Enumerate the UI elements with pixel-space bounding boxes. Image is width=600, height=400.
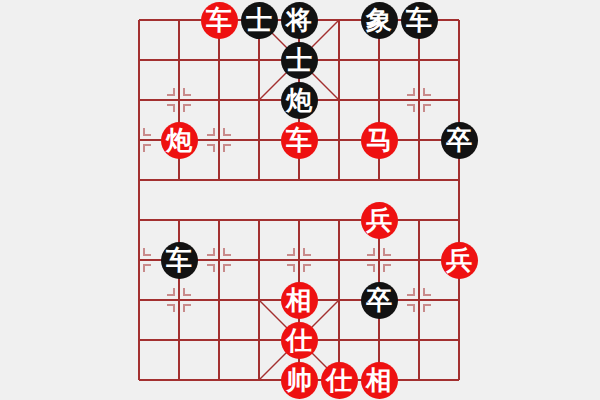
piece-black-soldier[interactable]: 卒 <box>441 122 478 159</box>
xiangqi-board[interactable]: 车士将象车士炮炮车马卒兵车兵相卒仕帅仕相 <box>0 0 600 400</box>
piece-red-elephant[interactable]: 相 <box>361 362 398 399</box>
piece-red-soldier[interactable]: 兵 <box>441 242 478 279</box>
piece-red-advisor[interactable]: 仕 <box>281 322 318 359</box>
piece-red-elephant[interactable]: 相 <box>281 282 318 319</box>
piece-black-soldier[interactable]: 卒 <box>361 282 398 319</box>
piece-red-advisor[interactable]: 仕 <box>321 362 358 399</box>
piece-red-soldier[interactable]: 兵 <box>361 202 398 239</box>
pieces-layer: 车士将象车士炮炮车马卒兵车兵相卒仕帅仕相 <box>119 0 479 400</box>
piece-black-advisor[interactable]: 士 <box>241 2 278 39</box>
piece-red-chariot[interactable]: 车 <box>281 122 318 159</box>
piece-red-horse[interactable]: 马 <box>361 122 398 159</box>
piece-red-chariot[interactable]: 车 <box>201 2 238 39</box>
piece-black-advisor[interactable]: 士 <box>281 42 318 79</box>
piece-black-general[interactable]: 将 <box>281 2 318 39</box>
piece-black-chariot[interactable]: 车 <box>401 2 438 39</box>
xiangqi-app: 车士将象车士炮炮车马卒兵车兵相卒仕帅仕相 <box>0 0 600 400</box>
piece-black-cannon[interactable]: 炮 <box>281 82 318 119</box>
piece-red-cannon[interactable]: 炮 <box>161 122 198 159</box>
piece-red-general[interactable]: 帅 <box>281 362 318 399</box>
piece-black-elephant[interactable]: 象 <box>361 2 398 39</box>
piece-black-chariot[interactable]: 车 <box>161 242 198 279</box>
